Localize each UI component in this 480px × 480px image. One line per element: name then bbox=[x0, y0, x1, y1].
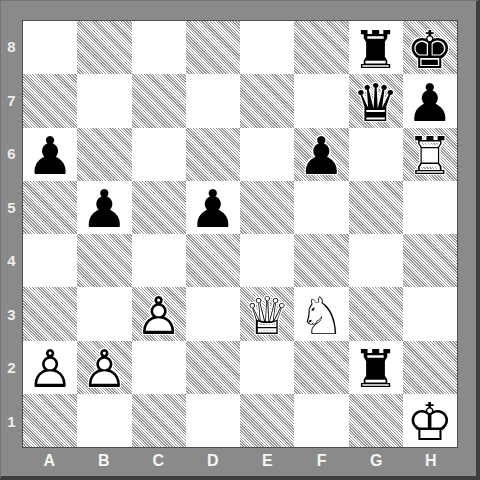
square-e4[interactable] bbox=[240, 234, 294, 287]
black-pawn-glyph: ♟ bbox=[23, 130, 77, 183]
square-g5[interactable] bbox=[349, 181, 403, 234]
white-pawn-glyph: ♙ bbox=[132, 289, 186, 342]
square-f4[interactable] bbox=[294, 234, 348, 287]
file-label-b: B bbox=[77, 448, 132, 474]
square-e5[interactable] bbox=[240, 181, 294, 234]
square-g3[interactable] bbox=[349, 287, 403, 340]
black-pawn-glyph: ♟ bbox=[186, 183, 240, 236]
square-d7[interactable] bbox=[186, 74, 240, 127]
file-label-e: E bbox=[240, 448, 295, 474]
white-knight-glyph: ♘ bbox=[294, 289, 348, 342]
rank-label-4: 4 bbox=[1, 234, 22, 288]
square-c2[interactable] bbox=[132, 341, 186, 394]
square-f3[interactable]: ♞♘ bbox=[294, 287, 348, 340]
piece-black-pawn[interactable]: ♟ bbox=[403, 74, 457, 127]
square-e1[interactable] bbox=[240, 394, 294, 447]
square-c1[interactable] bbox=[132, 394, 186, 447]
black-rook-glyph: ♜ bbox=[349, 343, 403, 396]
square-b2[interactable]: ♟♙ bbox=[77, 341, 131, 394]
black-pawn-glyph: ♟ bbox=[403, 76, 457, 129]
file-label-a: A bbox=[22, 448, 77, 474]
square-b1[interactable] bbox=[77, 394, 131, 447]
square-g7[interactable]: ♛ bbox=[349, 74, 403, 127]
square-a5[interactable] bbox=[23, 181, 77, 234]
square-a1[interactable] bbox=[23, 394, 77, 447]
square-c3[interactable]: ♟♙ bbox=[132, 287, 186, 340]
square-g2[interactable]: ♜ bbox=[349, 341, 403, 394]
square-g6[interactable] bbox=[349, 128, 403, 181]
square-d4[interactable] bbox=[186, 234, 240, 287]
square-h7[interactable]: ♟ bbox=[403, 74, 457, 127]
square-d1[interactable] bbox=[186, 394, 240, 447]
square-f5[interactable] bbox=[294, 181, 348, 234]
white-pawn-glyph: ♙ bbox=[23, 343, 77, 396]
square-e3[interactable]: ♛♕ bbox=[240, 287, 294, 340]
file-label-h: H bbox=[404, 448, 459, 474]
square-h3[interactable] bbox=[403, 287, 457, 340]
piece-black-pawn[interactable]: ♟ bbox=[77, 181, 131, 234]
square-f6[interactable]: ♟ bbox=[294, 128, 348, 181]
square-a6[interactable]: ♟ bbox=[23, 128, 77, 181]
square-a3[interactable] bbox=[23, 287, 77, 340]
square-d8[interactable] bbox=[186, 21, 240, 74]
square-h2[interactable] bbox=[403, 341, 457, 394]
rank-label-1: 1 bbox=[1, 395, 22, 449]
square-c4[interactable] bbox=[132, 234, 186, 287]
black-queen-glyph: ♛ bbox=[349, 76, 403, 129]
piece-black-pawn[interactable]: ♟ bbox=[294, 128, 348, 181]
file-label-c: C bbox=[131, 448, 186, 474]
white-pawn-glyph: ♙ bbox=[77, 343, 131, 396]
square-a8[interactable] bbox=[23, 21, 77, 74]
piece-white-queen[interactable]: ♛♕ bbox=[240, 287, 294, 340]
black-pawn-glyph: ♟ bbox=[77, 183, 131, 236]
chess-board-frame: 87654321 ♜♚♛♟♟♟♜♖♟♟♟♙♛♕♞♘♟♙♟♙♜♚♔ ABCDEFG… bbox=[0, 0, 480, 480]
square-e8[interactable] bbox=[240, 21, 294, 74]
square-b3[interactable] bbox=[77, 287, 131, 340]
square-b4[interactable] bbox=[77, 234, 131, 287]
square-b5[interactable]: ♟ bbox=[77, 181, 131, 234]
file-labels: ABCDEFGH bbox=[22, 448, 458, 474]
piece-white-pawn[interactable]: ♟♙ bbox=[23, 341, 77, 394]
piece-black-pawn[interactable]: ♟ bbox=[23, 128, 77, 181]
square-f1[interactable] bbox=[294, 394, 348, 447]
square-b7[interactable] bbox=[77, 74, 131, 127]
piece-white-king[interactable]: ♚♔ bbox=[403, 394, 457, 447]
rank-label-3: 3 bbox=[1, 288, 22, 342]
square-e7[interactable] bbox=[240, 74, 294, 127]
rank-label-2: 2 bbox=[1, 341, 22, 395]
black-rook-glyph: ♜ bbox=[349, 23, 403, 76]
piece-white-pawn[interactable]: ♟♙ bbox=[132, 287, 186, 340]
square-h8[interactable]: ♚ bbox=[403, 21, 457, 74]
piece-white-pawn[interactable]: ♟♙ bbox=[77, 341, 131, 394]
piece-black-pawn[interactable]: ♟ bbox=[186, 181, 240, 234]
piece-white-rook[interactable]: ♜♖ bbox=[403, 128, 457, 181]
piece-black-queen[interactable]: ♛ bbox=[349, 74, 403, 127]
square-b6[interactable] bbox=[77, 128, 131, 181]
black-king-glyph: ♚ bbox=[403, 23, 457, 76]
square-f7[interactable] bbox=[294, 74, 348, 127]
square-d2[interactable] bbox=[186, 341, 240, 394]
rank-label-8: 8 bbox=[1, 20, 22, 74]
piece-white-knight[interactable]: ♞♘ bbox=[294, 287, 348, 340]
rank-label-7: 7 bbox=[1, 74, 22, 128]
square-e6[interactable] bbox=[240, 128, 294, 181]
piece-black-rook[interactable]: ♜ bbox=[349, 21, 403, 74]
square-d6[interactable] bbox=[186, 128, 240, 181]
rank-label-5: 5 bbox=[1, 181, 22, 235]
piece-black-rook[interactable]: ♜ bbox=[349, 341, 403, 394]
square-h4[interactable] bbox=[403, 234, 457, 287]
square-c7[interactable] bbox=[132, 74, 186, 127]
chess-board[interactable]: ♜♚♛♟♟♟♜♖♟♟♟♙♛♕♞♘♟♙♟♙♜♚♔ bbox=[22, 20, 458, 448]
square-e2[interactable] bbox=[240, 341, 294, 394]
square-h5[interactable] bbox=[403, 181, 457, 234]
square-b8[interactable] bbox=[77, 21, 131, 74]
file-label-d: D bbox=[186, 448, 241, 474]
square-d3[interactable] bbox=[186, 287, 240, 340]
square-a2[interactable]: ♟♙ bbox=[23, 341, 77, 394]
white-king-glyph: ♔ bbox=[403, 396, 457, 449]
square-g1[interactable] bbox=[349, 394, 403, 447]
file-label-f: F bbox=[295, 448, 350, 474]
square-c5[interactable] bbox=[132, 181, 186, 234]
square-h1[interactable]: ♚♔ bbox=[403, 394, 457, 447]
square-d5[interactable]: ♟ bbox=[186, 181, 240, 234]
square-h6[interactable]: ♜♖ bbox=[403, 128, 457, 181]
square-f2[interactable] bbox=[294, 341, 348, 394]
square-c8[interactable] bbox=[132, 21, 186, 74]
white-queen-glyph: ♕ bbox=[240, 289, 294, 342]
square-a4[interactable] bbox=[23, 234, 77, 287]
square-g8[interactable]: ♜ bbox=[349, 21, 403, 74]
piece-black-king[interactable]: ♚ bbox=[403, 21, 457, 74]
square-c6[interactable] bbox=[132, 128, 186, 181]
white-rook-glyph: ♖ bbox=[403, 130, 457, 183]
square-f8[interactable] bbox=[294, 21, 348, 74]
rank-labels: 87654321 bbox=[1, 20, 22, 448]
square-a7[interactable] bbox=[23, 74, 77, 127]
rank-label-6: 6 bbox=[1, 127, 22, 181]
black-pawn-glyph: ♟ bbox=[294, 130, 348, 183]
file-label-g: G bbox=[349, 448, 404, 474]
square-g4[interactable] bbox=[349, 234, 403, 287]
